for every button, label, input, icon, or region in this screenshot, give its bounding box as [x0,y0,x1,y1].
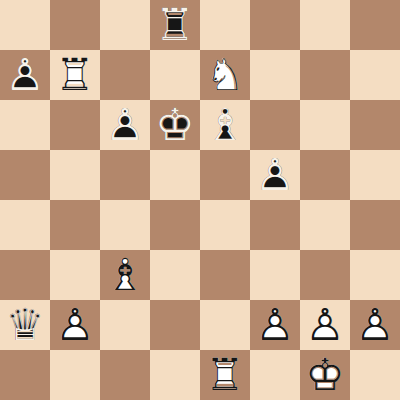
square-a3[interactable] [0,250,50,300]
piece-fill-glyph: ♟ [0,50,50,100]
piece-outline-glyph: ♗ [200,100,250,150]
square-d7[interactable] [150,50,200,100]
square-f7[interactable] [250,50,300,100]
square-d2[interactable] [150,300,200,350]
square-h7[interactable] [350,50,400,100]
square-d5[interactable] [150,150,200,200]
piece-outline-glyph: ♙ [300,300,350,350]
white-rook-piece[interactable]: ♜♖ [50,50,100,100]
square-g7[interactable] [300,50,350,100]
square-a8[interactable] [0,0,50,50]
square-f2[interactable]: ♟♙ [250,300,300,350]
piece-fill-glyph: ♜ [200,350,250,400]
black-queen-piece[interactable]: ♛♕ [0,300,50,350]
square-a4[interactable] [0,200,50,250]
white-rook-piece[interactable]: ♜♖ [200,350,250,400]
square-f3[interactable] [250,250,300,300]
piece-outline-glyph: ♙ [350,300,400,350]
square-d1[interactable] [150,350,200,400]
black-king-piece[interactable]: ♚♔ [150,100,200,150]
piece-outline-glyph: ♕ [0,300,50,350]
square-c4[interactable] [100,200,150,250]
square-b2[interactable]: ♟♙ [50,300,100,350]
piece-fill-glyph: ♟ [300,300,350,350]
piece-fill-glyph: ♟ [250,150,300,200]
piece-outline-glyph: ♖ [50,50,100,100]
square-f6[interactable] [250,100,300,150]
piece-outline-glyph: ♖ [150,0,200,50]
piece-outline-glyph: ♙ [250,300,300,350]
piece-outline-glyph: ♙ [0,50,50,100]
white-bishop-piece[interactable]: ♝♗ [100,250,150,300]
square-b1[interactable] [50,350,100,400]
square-d4[interactable] [150,200,200,250]
piece-fill-glyph: ♞ [200,50,250,100]
black-pawn-piece[interactable]: ♟♙ [100,100,150,150]
square-a5[interactable] [0,150,50,200]
square-g3[interactable] [300,250,350,300]
square-d8[interactable]: ♜♖ [150,0,200,50]
square-f4[interactable] [250,200,300,250]
white-king-piece[interactable]: ♚♔ [300,350,350,400]
piece-fill-glyph: ♜ [50,50,100,100]
chess-board: ♜♖♟♙♜♖♞♘♟♙♚♔♝♗♟♙♝♗♛♕♟♙♟♙♟♙♟♙♜♖♚♔ [0,0,400,400]
piece-outline-glyph: ♙ [100,100,150,150]
square-f5[interactable]: ♟♙ [250,150,300,200]
square-c5[interactable] [100,150,150,200]
square-a7[interactable]: ♟♙ [0,50,50,100]
white-pawn-piece[interactable]: ♟♙ [50,300,100,350]
square-e5[interactable] [200,150,250,200]
square-a1[interactable] [0,350,50,400]
square-c6[interactable]: ♟♙ [100,100,150,150]
square-h3[interactable] [350,250,400,300]
square-c7[interactable] [100,50,150,100]
white-pawn-piece[interactable]: ♟♙ [350,300,400,350]
square-b4[interactable] [50,200,100,250]
piece-fill-glyph: ♛ [0,300,50,350]
square-d3[interactable] [150,250,200,300]
piece-outline-glyph: ♙ [250,150,300,200]
piece-fill-glyph: ♟ [100,100,150,150]
square-b7[interactable]: ♜♖ [50,50,100,100]
square-c3[interactable]: ♝♗ [100,250,150,300]
square-d6[interactable]: ♚♔ [150,100,200,150]
square-e4[interactable] [200,200,250,250]
square-b8[interactable] [50,0,100,50]
black-pawn-piece[interactable]: ♟♙ [250,150,300,200]
square-e8[interactable] [200,0,250,50]
square-g5[interactable] [300,150,350,200]
square-a2[interactable]: ♛♕ [0,300,50,350]
square-c2[interactable] [100,300,150,350]
piece-fill-glyph: ♚ [300,350,350,400]
white-pawn-piece[interactable]: ♟♙ [250,300,300,350]
piece-outline-glyph: ♘ [200,50,250,100]
piece-outline-glyph: ♖ [200,350,250,400]
square-h1[interactable] [350,350,400,400]
square-e6[interactable]: ♝♗ [200,100,250,150]
square-e1[interactable]: ♜♖ [200,350,250,400]
black-rook-piece[interactable]: ♜♖ [150,0,200,50]
square-g8[interactable] [300,0,350,50]
square-g2[interactable]: ♟♙ [300,300,350,350]
square-h4[interactable] [350,200,400,250]
piece-fill-glyph: ♟ [350,300,400,350]
piece-fill-glyph: ♚ [150,100,200,150]
square-f1[interactable] [250,350,300,400]
square-f8[interactable] [250,0,300,50]
square-h8[interactable] [350,0,400,50]
square-b3[interactable] [50,250,100,300]
square-c1[interactable] [100,350,150,400]
square-e7[interactable]: ♞♘ [200,50,250,100]
square-e3[interactable] [200,250,250,300]
square-h6[interactable] [350,100,400,150]
square-h5[interactable] [350,150,400,200]
square-g1[interactable]: ♚♔ [300,350,350,400]
square-a6[interactable] [0,100,50,150]
piece-fill-glyph: ♜ [150,0,200,50]
square-e2[interactable] [200,300,250,350]
piece-outline-glyph: ♔ [150,100,200,150]
piece-fill-glyph: ♝ [100,250,150,300]
piece-outline-glyph: ♔ [300,350,350,400]
square-c8[interactable] [100,0,150,50]
black-pawn-piece[interactable]: ♟♙ [0,50,50,100]
square-g6[interactable] [300,100,350,150]
white-knight-piece[interactable]: ♞♘ [200,50,250,100]
square-b5[interactable] [50,150,100,200]
black-bishop-piece[interactable]: ♝♗ [200,100,250,150]
square-g4[interactable] [300,200,350,250]
piece-outline-glyph: ♙ [50,300,100,350]
square-h2[interactable]: ♟♙ [350,300,400,350]
white-pawn-piece[interactable]: ♟♙ [300,300,350,350]
square-b6[interactable] [50,100,100,150]
piece-fill-glyph: ♝ [200,100,250,150]
piece-fill-glyph: ♟ [250,300,300,350]
piece-outline-glyph: ♗ [100,250,150,300]
piece-fill-glyph: ♟ [50,300,100,350]
